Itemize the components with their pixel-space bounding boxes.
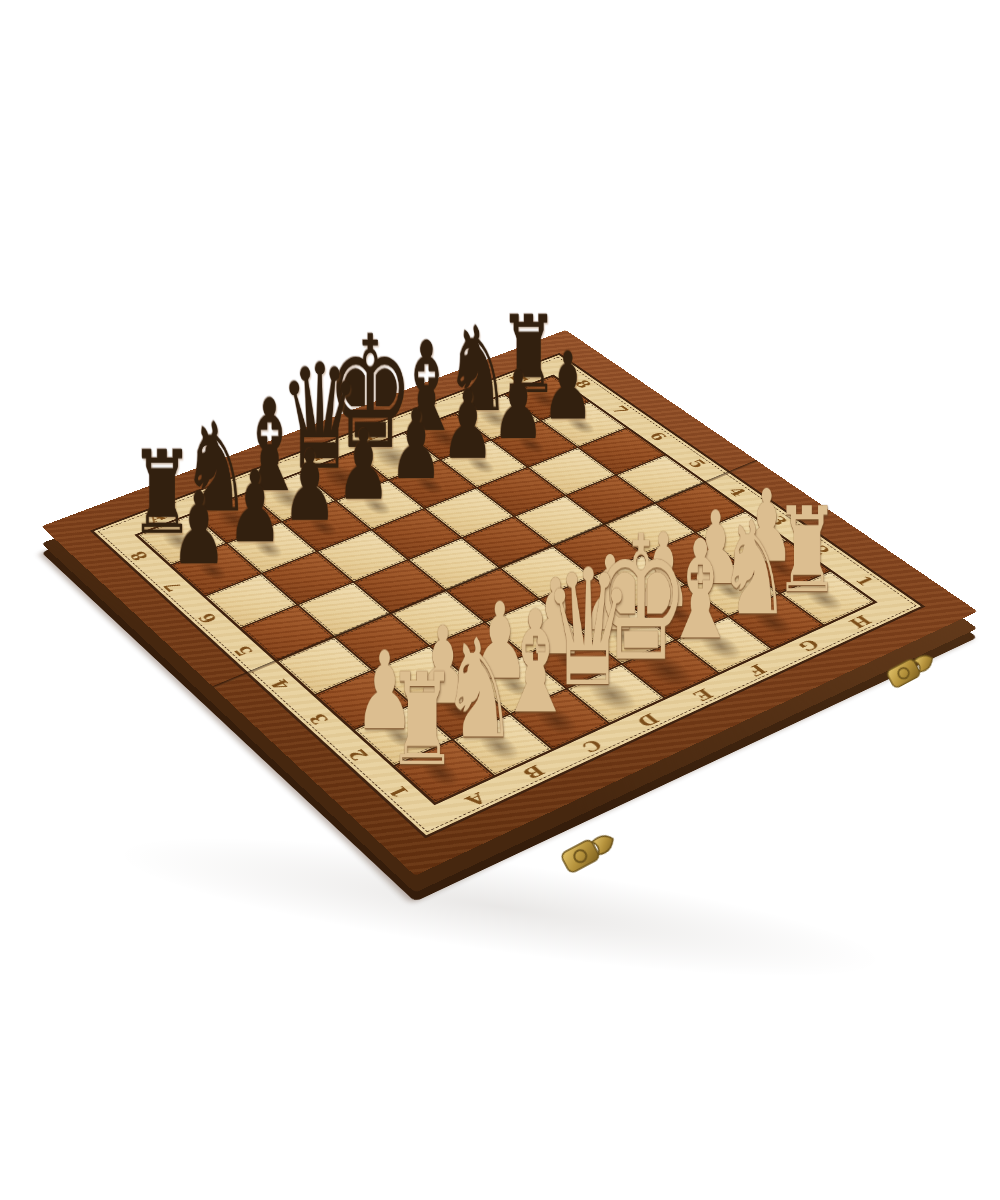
black-pawn-glyph: ♟ bbox=[492, 359, 544, 453]
chess-set-scene: HH88GG77FF66EE55DD44CC33BB22AA11 ♜♞♟♝♟♚♟… bbox=[0, 0, 1000, 1200]
black-pawn-glyph: ♟ bbox=[389, 397, 442, 493]
white-rook-glyph: ♜ bbox=[387, 656, 458, 783]
black-pawn-glyph: ♟ bbox=[542, 340, 594, 433]
black-pawn-glyph: ♟ bbox=[171, 479, 227, 579]
black-pawn-glyph: ♟ bbox=[283, 437, 337, 535]
product-photo-canvas: HH88GG77FF66EE55DD44CC33BB22AA11 ♜♞♟♝♟♚♟… bbox=[0, 0, 1000, 1200]
black-pawn-glyph: ♟ bbox=[337, 417, 391, 514]
black-pawn-glyph: ♟ bbox=[227, 458, 282, 557]
black-pawn-glyph: ♟ bbox=[441, 378, 494, 473]
file-label-right-B: B bbox=[519, 762, 551, 783]
rank-label-top-6: 6 bbox=[645, 429, 672, 442]
chess-board: HH88GG77FF66EE55DD44CC33BB22AA11 ♜♞♟♝♟♚♟… bbox=[41, 330, 977, 876]
